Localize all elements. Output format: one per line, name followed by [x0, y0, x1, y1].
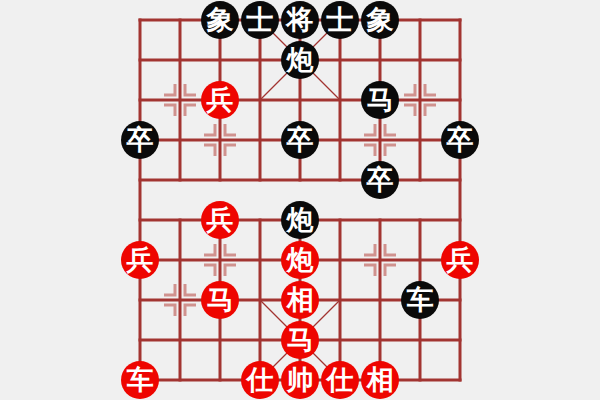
- piece-red-advisor[interactable]: 仕: [321, 361, 359, 399]
- piece-red-horse[interactable]: 马: [201, 281, 239, 319]
- piece-red-pawn[interactable]: 兵: [201, 201, 239, 239]
- piece-black-horse[interactable]: 马: [361, 81, 399, 119]
- piece-red-advisor[interactable]: 仕: [241, 361, 279, 399]
- piece-black-advisor[interactable]: 士: [321, 1, 359, 39]
- piece-black-pawn[interactable]: 卒: [441, 121, 479, 159]
- piece-red-cannon[interactable]: 炮: [281, 241, 319, 279]
- piece-red-elephant[interactable]: 相: [361, 361, 399, 399]
- piece-black-pawn[interactable]: 卒: [281, 121, 319, 159]
- piece-black-general[interactable]: 将: [281, 1, 319, 39]
- piece-black-chariot[interactable]: 车: [401, 281, 439, 319]
- piece-black-elephant[interactable]: 象: [201, 1, 239, 39]
- piece-red-pawn[interactable]: 兵: [441, 241, 479, 279]
- piece-red-pawn[interactable]: 兵: [121, 241, 159, 279]
- piece-black-cannon[interactable]: 炮: [281, 201, 319, 239]
- piece-red-elephant[interactable]: 相: [281, 281, 319, 319]
- piece-black-pawn[interactable]: 卒: [361, 161, 399, 199]
- piece-black-cannon[interactable]: 炮: [281, 41, 319, 79]
- piece-black-elephant[interactable]: 象: [361, 1, 399, 39]
- board-intersections[interactable]: 象士将士象炮兵马卒卒卒卒兵炮兵炮兵马相车马车仕帅仕相: [120, 0, 480, 400]
- piece-red-pawn[interactable]: 兵: [201, 81, 239, 119]
- piece-red-general[interactable]: 帅: [281, 361, 319, 399]
- piece-red-chariot[interactable]: 车: [121, 361, 159, 399]
- xiangqi-board: 象士将士象炮兵马卒卒卒卒兵炮兵炮兵马相车马车仕帅仕相: [0, 0, 600, 400]
- piece-red-horse[interactable]: 马: [281, 321, 319, 359]
- piece-black-pawn[interactable]: 卒: [121, 121, 159, 159]
- piece-black-advisor[interactable]: 士: [241, 1, 279, 39]
